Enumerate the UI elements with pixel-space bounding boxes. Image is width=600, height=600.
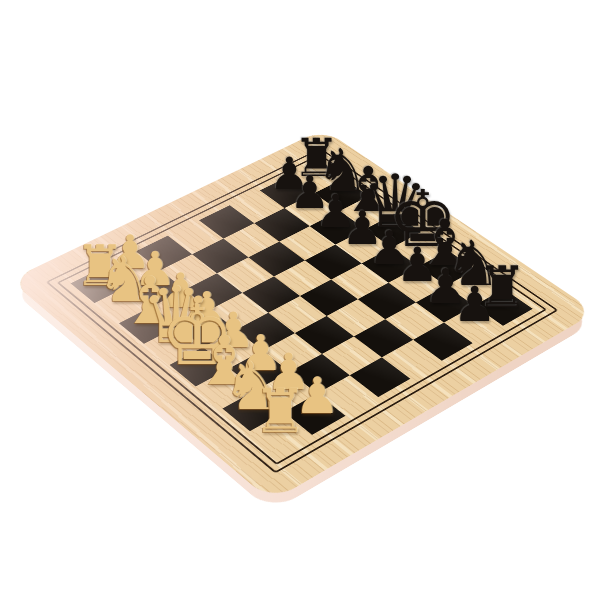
black-pawn-h7[interactable]: ♟	[453, 280, 496, 328]
product-photo-stage: ♜♞♝♛♚♝♞♜♟♟♟♟♟♟♟♟♟♟♟♟♟♟♟♟♜♞♝♛♚♝♞♜	[0, 0, 600, 600]
white-rook-h1[interactable]: ♜	[253, 381, 308, 442]
pieces-layer: ♜♞♝♛♚♝♞♜♟♟♟♟♟♟♟♟♟♟♟♟♟♟♟♟♜♞♝♛♚♝♞♜	[0, 0, 600, 600]
